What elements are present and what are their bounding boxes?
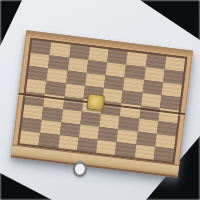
metal-clasp-icon	[72, 161, 88, 178]
brass-latch	[86, 93, 105, 111]
square-h1	[153, 147, 174, 162]
square-a1	[20, 130, 41, 145]
square-e1	[96, 140, 117, 155]
square-d1	[77, 137, 98, 152]
chess-board	[11, 30, 193, 178]
square-g1	[134, 144, 155, 159]
square-b1	[39, 133, 60, 148]
square-f1	[115, 142, 136, 157]
square-c1	[58, 135, 79, 150]
photo-scene	[0, 0, 200, 200]
